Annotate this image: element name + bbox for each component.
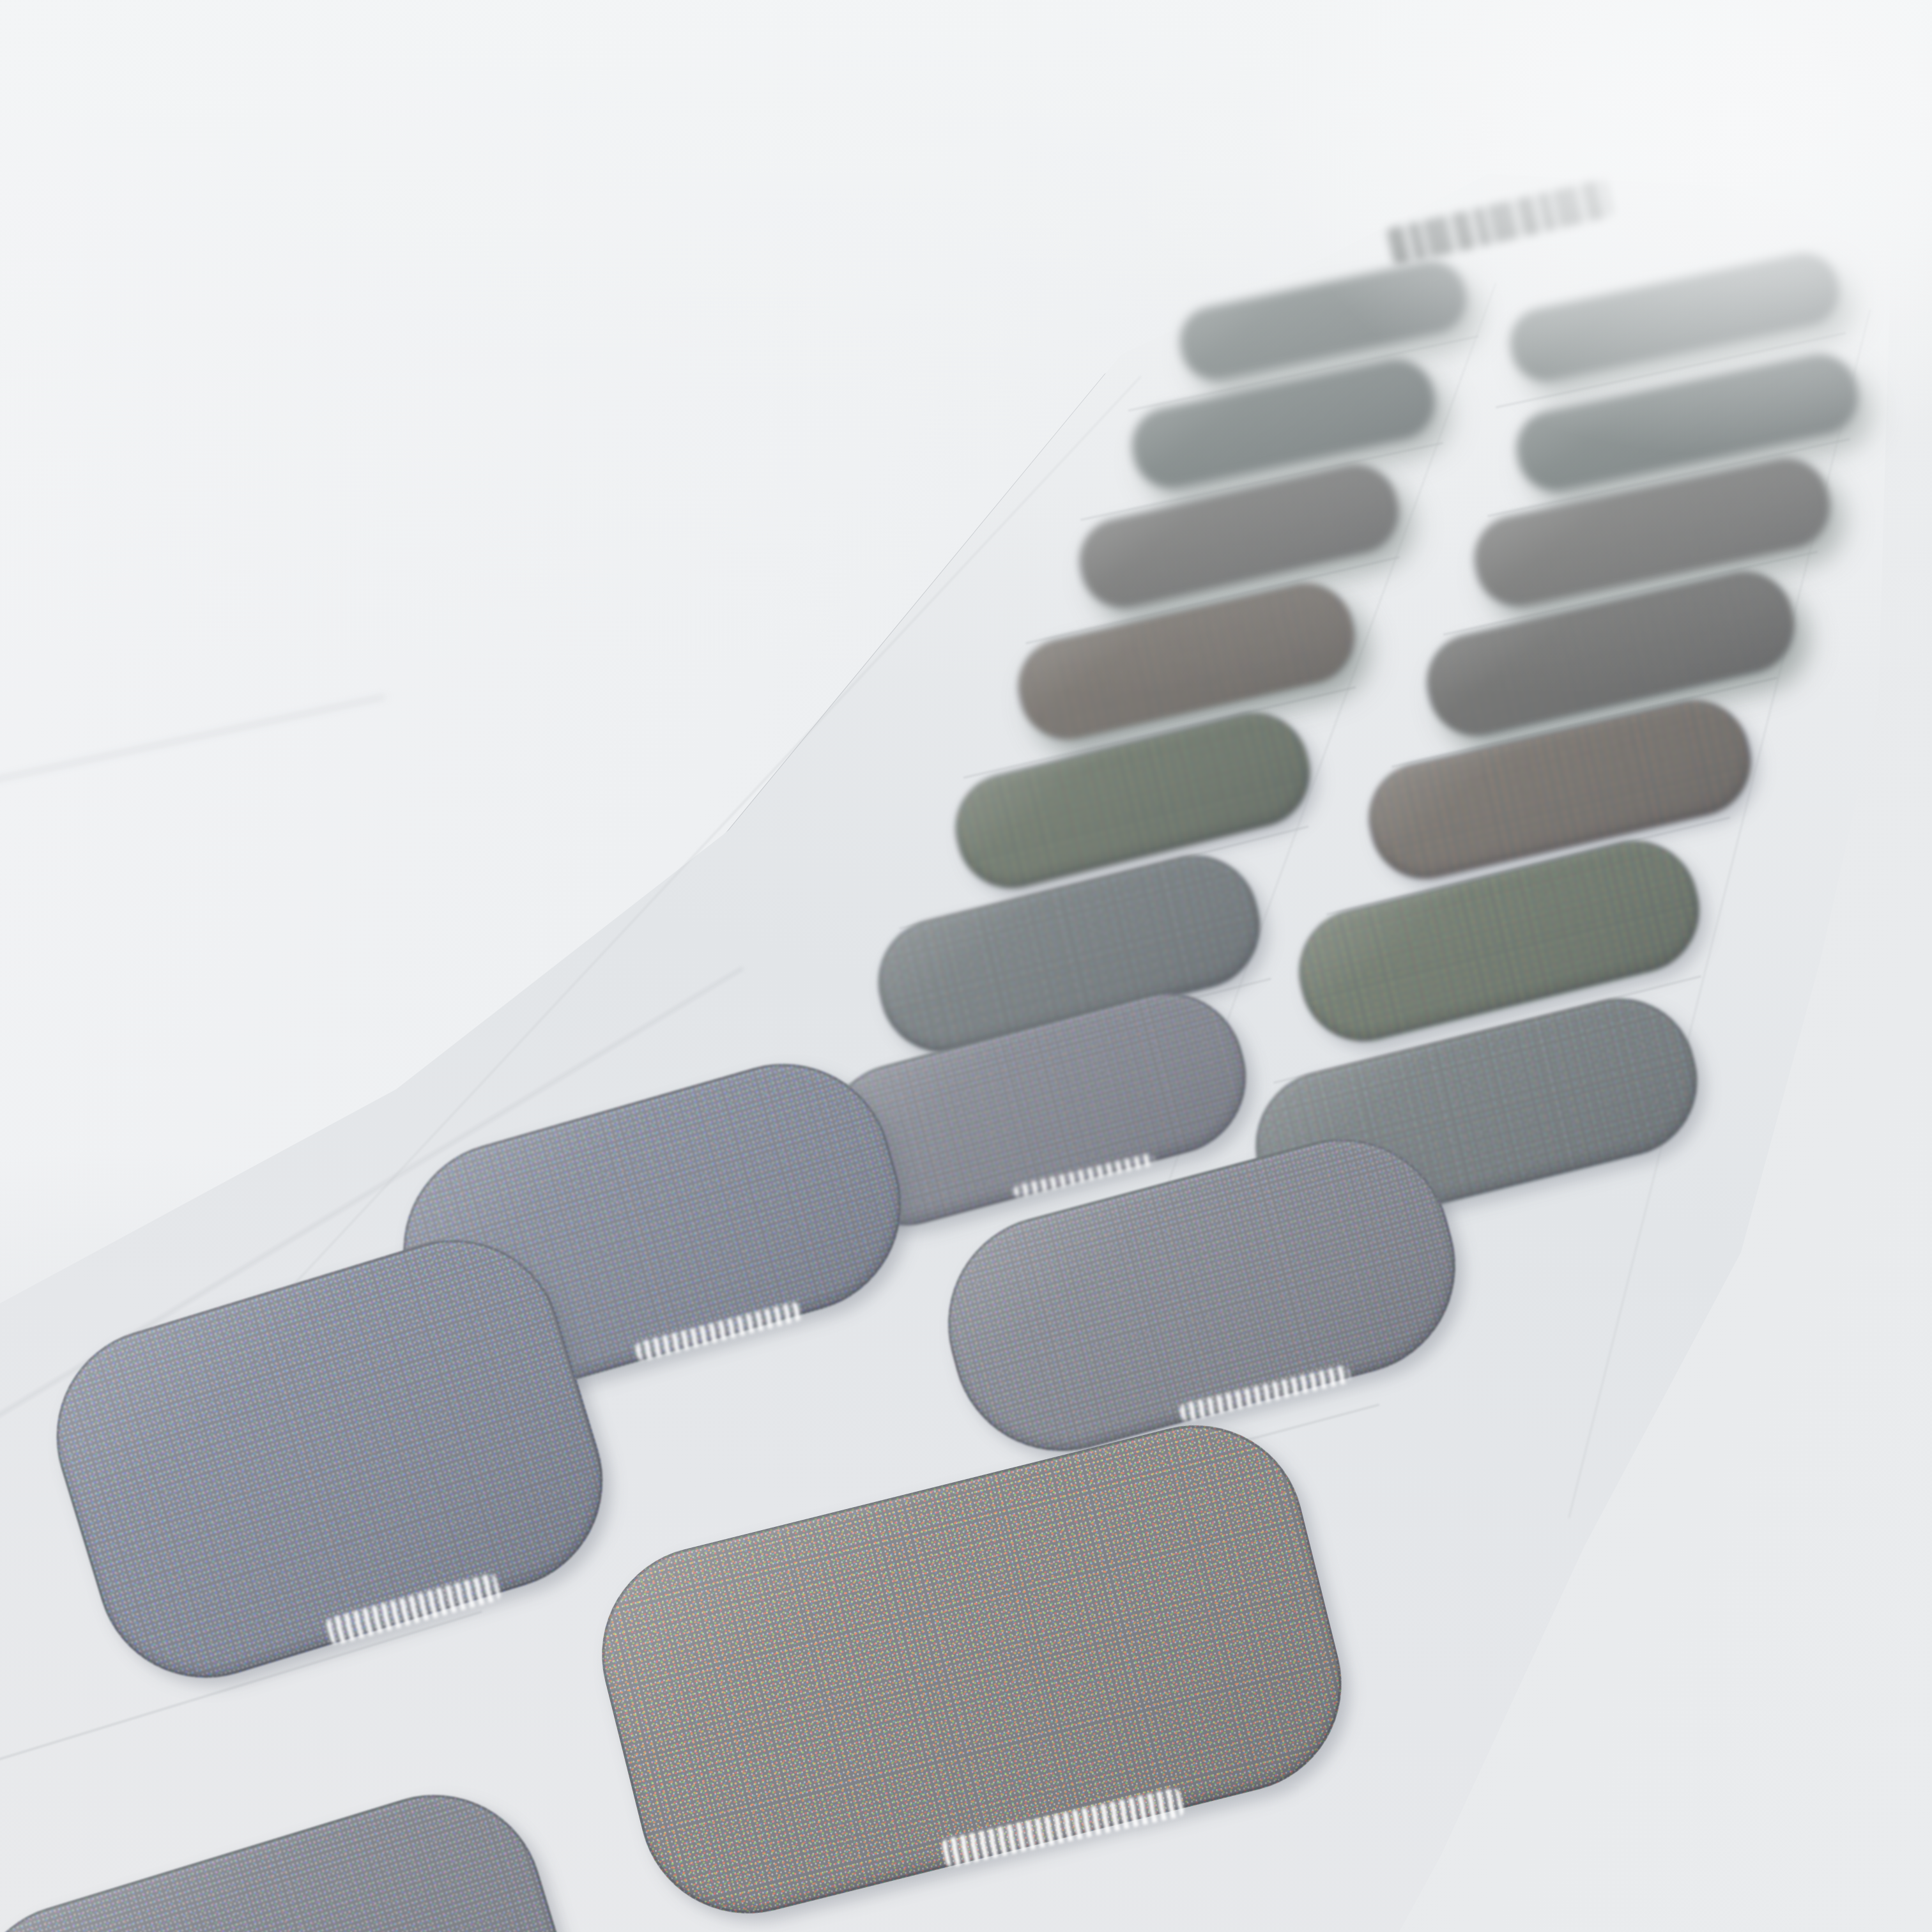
- film-edge-line: [0, 967, 744, 1462]
- backdrop-seam-line: [0, 696, 385, 783]
- die-cut-line-column: [1568, 309, 1871, 1519]
- nail-wrap-sticker: [1504, 247, 1845, 387]
- nail-wrap-sticker: [1358, 689, 1761, 890]
- nail-wrap-sticker: [1125, 352, 1442, 494]
- nail-wrap-sticker: [579, 1402, 1364, 1932]
- nail-wrap-sticker: [1466, 450, 1837, 614]
- die-cut-line-row: [1080, 442, 1443, 521]
- nail-wrap-sticker: [808, 976, 1264, 1243]
- photo-scene: [0, 0, 1932, 1932]
- die-cut-line-row: [899, 825, 1308, 930]
- haze-overlay-corner: [0, 0, 1932, 1932]
- nail-wrap-sticker: [378, 1038, 927, 1416]
- nail-wrap-sticker: [1510, 347, 1865, 498]
- nail-wrap-sticker: [1174, 254, 1473, 386]
- nail-wrap-sticker: [29, 1213, 629, 1705]
- sheet-shadow-shape: [0, 19, 1915, 1932]
- die-cut-line-row: [1025, 556, 1399, 645]
- nail-wrap-sticker: [864, 842, 1273, 1066]
- die-cut-line-row: [1098, 1142, 1579, 1273]
- stickers-layer: [0, 0, 1932, 1932]
- nail-wrap-sticker: [944, 701, 1322, 900]
- die-cut-line-row: [215, 1262, 769, 1423]
- die-cut-line-row: [1487, 438, 1850, 517]
- wrap-sheet: [0, 0, 1932, 1932]
- die-cut-line-row: [596, 1097, 1091, 1231]
- nail-wrap-sticker: [1071, 456, 1406, 616]
- nail-wrap-sticker: [1009, 574, 1364, 749]
- nail-wrap-sticker: [0, 1768, 608, 1932]
- die-cut-line-row: [1391, 677, 1778, 767]
- cut-lines-layer: [0, 0, 1932, 1932]
- die-cut-line-row: [963, 686, 1356, 779]
- die-cut-line-row: [837, 977, 1271, 1087]
- die-cut-line-column: [1003, 282, 1496, 1634]
- nail-wrap-sticker: [1239, 983, 1713, 1245]
- nail-wrap-sticker: [1285, 827, 1712, 1055]
- die-cut-line-row: [0, 1611, 482, 1790]
- die-cut-line-row: [1128, 335, 1478, 411]
- brand-logo-blurred: [1386, 178, 1614, 266]
- die-cut-line-column: [138, 376, 1142, 1452]
- die-cut-line-row: [1273, 976, 1701, 1084]
- sheet-shadow: [0, 0, 1932, 1932]
- die-cut-line-row: [793, 1404, 1379, 1563]
- die-cut-line-row: [1496, 332, 1846, 408]
- die-cut-line-row: [1443, 551, 1818, 636]
- haze-overlay-top: [0, 0, 1932, 1932]
- nail-wrap-sticker: [1417, 562, 1804, 745]
- die-cut-line-row: [1326, 816, 1731, 916]
- nail-wrap-sticker: [924, 1115, 1480, 1476]
